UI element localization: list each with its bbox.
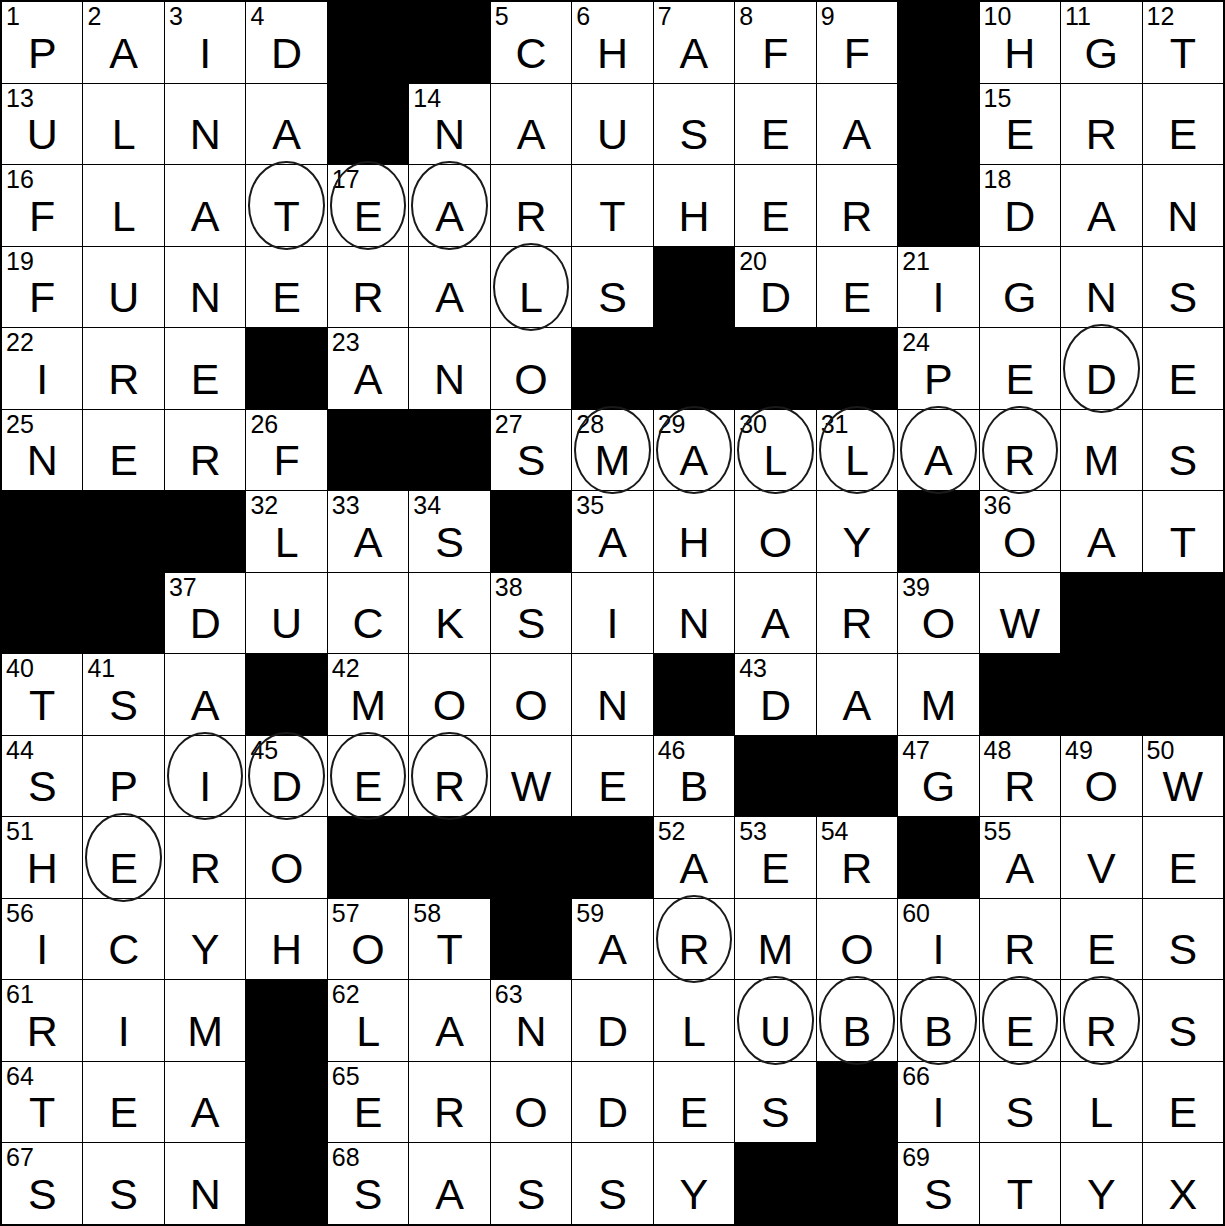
cell-r10c12[interactable]: 47G bbox=[898, 736, 978, 817]
cell-r3c7[interactable]: R bbox=[491, 165, 571, 246]
clue-number: 61 bbox=[6, 981, 34, 1007]
cell-r6c3[interactable]: R bbox=[165, 410, 245, 491]
cell-letter: I bbox=[932, 1091, 944, 1142]
cell-letter: E bbox=[354, 1091, 383, 1142]
cell-letter: A bbox=[354, 358, 383, 409]
cell-r14c10[interactable]: S bbox=[735, 1062, 815, 1143]
cell-r8c7[interactable]: 38S bbox=[491, 573, 571, 654]
cell-r13c9[interactable]: L bbox=[654, 980, 734, 1061]
cell-r9c12[interactable]: M bbox=[898, 654, 978, 735]
cell-letter: T bbox=[29, 684, 55, 735]
black-cell bbox=[1061, 573, 1141, 654]
black-cell bbox=[1143, 654, 1223, 735]
cell-letter: O bbox=[433, 684, 466, 735]
cell-r11c14[interactable]: V bbox=[1061, 817, 1141, 898]
clue-number: 22 bbox=[6, 329, 34, 355]
clue-number: 41 bbox=[87, 655, 115, 681]
cell-letter: H bbox=[27, 847, 58, 898]
black-cell bbox=[1143, 573, 1223, 654]
cell-r14c13[interactable]: S bbox=[980, 1062, 1060, 1143]
cell-r12c14[interactable]: E bbox=[1061, 899, 1141, 980]
cell-letter: L bbox=[356, 1010, 380, 1061]
cell-r12c1[interactable]: 56I bbox=[2, 899, 82, 980]
cell-letter: R bbox=[434, 765, 465, 816]
cell-r11c15[interactable]: E bbox=[1143, 817, 1223, 898]
cell-r10c8[interactable]: E bbox=[572, 736, 652, 817]
cell-letter: A bbox=[435, 1173, 464, 1224]
cell-r7c9[interactable]: H bbox=[654, 491, 734, 572]
cell-letter: L bbox=[112, 195, 136, 246]
cell-r3c13[interactable]: 18D bbox=[980, 165, 1060, 246]
cell-r6c13[interactable]: R bbox=[980, 410, 1060, 491]
cell-r10c9[interactable]: 46B bbox=[654, 736, 734, 817]
cell-r6c15[interactable]: S bbox=[1143, 410, 1223, 491]
cell-letter: U bbox=[760, 1010, 791, 1061]
clue-number: 10 bbox=[984, 3, 1012, 29]
cell-letter: A bbox=[680, 439, 709, 490]
cell-r7c4[interactable]: 32L bbox=[246, 491, 326, 572]
cell-r2c11[interactable]: A bbox=[817, 84, 897, 165]
cell-letter: O bbox=[351, 928, 384, 979]
cell-letter: G bbox=[922, 765, 955, 816]
cell-r11c13[interactable]: 55A bbox=[980, 817, 1060, 898]
cell-r11c3[interactable]: R bbox=[165, 817, 245, 898]
cell-r10c5[interactable]: E bbox=[328, 736, 408, 817]
clue-number: 9 bbox=[821, 3, 835, 29]
cell-letter: H bbox=[1004, 32, 1035, 83]
cell-letter: S bbox=[517, 1173, 546, 1224]
cell-r13c2[interactable]: I bbox=[83, 980, 163, 1061]
cell-r1c2[interactable]: 2A bbox=[83, 2, 163, 83]
cell-r3c15[interactable]: N bbox=[1143, 165, 1223, 246]
cell-r1c8[interactable]: 6H bbox=[572, 2, 652, 83]
cell-r3c4[interactable]: T bbox=[246, 165, 326, 246]
cell-r10c1[interactable]: 44S bbox=[2, 736, 82, 817]
cell-r3c9[interactable]: H bbox=[654, 165, 734, 246]
cell-r3c14[interactable]: A bbox=[1061, 165, 1141, 246]
clue-number: 66 bbox=[902, 1063, 930, 1089]
black-cell bbox=[898, 84, 978, 165]
cell-r8c3[interactable]: 37D bbox=[165, 573, 245, 654]
cell-r10c6[interactable]: R bbox=[409, 736, 489, 817]
cell-r13c5[interactable]: 62L bbox=[328, 980, 408, 1061]
cell-r14c5[interactable]: 65E bbox=[328, 1062, 408, 1143]
cell-r11c2[interactable]: E bbox=[83, 817, 163, 898]
cell-letter: D bbox=[597, 1091, 628, 1142]
cell-r11c4[interactable]: O bbox=[246, 817, 326, 898]
clue-number: 58 bbox=[413, 900, 441, 926]
cell-r9c7[interactable]: O bbox=[491, 654, 571, 735]
cell-r10c14[interactable]: 49O bbox=[1061, 736, 1141, 817]
clue-number: 49 bbox=[1065, 737, 1093, 763]
cell-r3c6[interactable]: A bbox=[409, 165, 489, 246]
clue-number: 18 bbox=[984, 166, 1012, 192]
cell-r4c1[interactable]: 19F bbox=[2, 247, 82, 328]
cell-r10c4[interactable]: 45D bbox=[246, 736, 326, 817]
cell-r9c1[interactable]: 40T bbox=[2, 654, 82, 735]
cell-r5c5[interactable]: 23A bbox=[328, 328, 408, 409]
cell-r2c1[interactable]: 13U bbox=[2, 84, 82, 165]
cell-letter: I bbox=[199, 32, 211, 83]
cell-r11c10[interactable]: 53E bbox=[735, 817, 815, 898]
clue-number: 60 bbox=[902, 900, 930, 926]
cell-r10c13[interactable]: 48R bbox=[980, 736, 1060, 817]
cell-letter: U bbox=[108, 276, 139, 327]
cell-letter: R bbox=[678, 928, 709, 979]
cell-r3c11[interactable]: R bbox=[817, 165, 897, 246]
cell-r7c5[interactable]: 33A bbox=[328, 491, 408, 572]
cell-r12c12[interactable]: 60I bbox=[898, 899, 978, 980]
cell-letter: A bbox=[354, 521, 383, 572]
cell-r15c1[interactable]: 67S bbox=[2, 1143, 82, 1224]
cell-r1c14[interactable]: 11G bbox=[1061, 2, 1141, 83]
cell-r14c7[interactable]: O bbox=[491, 1062, 571, 1143]
cell-r1c1[interactable]: 1P bbox=[2, 2, 82, 83]
cell-r12c4[interactable]: H bbox=[246, 899, 326, 980]
cell-r4c14[interactable]: N bbox=[1061, 247, 1141, 328]
cell-r12c13[interactable]: R bbox=[980, 899, 1060, 980]
cell-letter: V bbox=[1087, 847, 1116, 898]
cell-r3c3[interactable]: A bbox=[165, 165, 245, 246]
cell-r15c6[interactable]: A bbox=[409, 1143, 489, 1224]
cell-letter: W bbox=[1162, 765, 1203, 816]
cell-r12c6[interactable]: 58T bbox=[409, 899, 489, 980]
cell-r1c7[interactable]: 5C bbox=[491, 2, 571, 83]
clue-number: 55 bbox=[984, 818, 1012, 844]
cell-r2c4[interactable]: A bbox=[246, 84, 326, 165]
cell-r3c5[interactable]: 17E bbox=[328, 165, 408, 246]
cell-r11c9[interactable]: 52A bbox=[654, 817, 734, 898]
cell-r13c14[interactable]: R bbox=[1061, 980, 1141, 1061]
cell-letter: D bbox=[1086, 358, 1117, 409]
cell-r9c8[interactable]: N bbox=[572, 654, 652, 735]
cell-letter: R bbox=[841, 195, 872, 246]
clue-number: 15 bbox=[984, 85, 1012, 111]
black-cell bbox=[328, 817, 408, 898]
cell-r2c10[interactable]: E bbox=[735, 84, 815, 165]
cell-r2c2[interactable]: L bbox=[83, 84, 163, 165]
cell-r13c1[interactable]: 61R bbox=[2, 980, 82, 1061]
cell-r2c3[interactable]: N bbox=[165, 84, 245, 165]
cell-letter: O bbox=[1085, 765, 1118, 816]
cell-r9c6[interactable]: O bbox=[409, 654, 489, 735]
cell-r6c9[interactable]: 29A bbox=[654, 410, 734, 491]
cell-r14c14[interactable]: L bbox=[1061, 1062, 1141, 1143]
clue-number: 59 bbox=[576, 900, 604, 926]
cell-r12c11[interactable]: O bbox=[817, 899, 897, 980]
cell-r8c5[interactable]: C bbox=[328, 573, 408, 654]
cell-r14c15[interactable]: E bbox=[1143, 1062, 1223, 1143]
cell-r15c8[interactable]: S bbox=[572, 1143, 652, 1224]
cell-r7c11[interactable]: Y bbox=[817, 491, 897, 572]
cell-r8c9[interactable]: N bbox=[654, 573, 734, 654]
cell-r15c2[interactable]: S bbox=[83, 1143, 163, 1224]
cell-r9c10[interactable]: 43D bbox=[735, 654, 815, 735]
cell-r12c3[interactable]: Y bbox=[165, 899, 245, 980]
cell-letter: T bbox=[29, 1091, 55, 1142]
cell-r14c2[interactable]: E bbox=[83, 1062, 163, 1143]
cell-r5c14[interactable]: D bbox=[1061, 328, 1141, 409]
cell-r6c2[interactable]: E bbox=[83, 410, 163, 491]
cell-letter: T bbox=[1007, 1173, 1033, 1224]
cell-r8c6[interactable]: K bbox=[409, 573, 489, 654]
cell-r13c6[interactable]: A bbox=[409, 980, 489, 1061]
cell-r1c3[interactable]: 3I bbox=[165, 2, 245, 83]
cell-letter: P bbox=[109, 765, 138, 816]
cell-letter: I bbox=[932, 928, 944, 979]
cell-r14c8[interactable]: D bbox=[572, 1062, 652, 1143]
clue-number: 14 bbox=[413, 85, 441, 111]
cell-r15c5[interactable]: 68S bbox=[328, 1143, 408, 1224]
cell-r13c12[interactable]: B bbox=[898, 980, 978, 1061]
cell-letter: E bbox=[1168, 113, 1197, 164]
cell-letter: M bbox=[920, 684, 956, 735]
cell-r5c7[interactable]: O bbox=[491, 328, 571, 409]
cell-r1c13[interactable]: 10H bbox=[980, 2, 1060, 83]
cell-r8c4[interactable]: U bbox=[246, 573, 326, 654]
clue-number: 35 bbox=[576, 492, 604, 518]
cell-r15c3[interactable]: N bbox=[165, 1143, 245, 1224]
cell-r14c12[interactable]: 66I bbox=[898, 1062, 978, 1143]
cell-letter: R bbox=[1086, 113, 1117, 164]
cell-r4c7[interactable]: L bbox=[491, 247, 571, 328]
cell-r13c7[interactable]: 63N bbox=[491, 980, 571, 1061]
cell-r12c9[interactable]: R bbox=[654, 899, 734, 980]
cell-r6c11[interactable]: 31L bbox=[817, 410, 897, 491]
cell-r2c7[interactable]: A bbox=[491, 84, 571, 165]
cell-letter: B bbox=[843, 1010, 872, 1061]
cell-r10c7[interactable]: W bbox=[491, 736, 571, 817]
cell-r13c3[interactable]: M bbox=[165, 980, 245, 1061]
clue-number: 34 bbox=[413, 492, 441, 518]
cell-letter: E bbox=[1087, 928, 1116, 979]
cell-letter: R bbox=[190, 847, 221, 898]
clue-number: 13 bbox=[6, 85, 34, 111]
cell-letter: I bbox=[36, 928, 48, 979]
clue-number: 3 bbox=[169, 3, 183, 29]
cell-r5c1[interactable]: 22I bbox=[2, 328, 82, 409]
cell-letter: S bbox=[28, 765, 57, 816]
clue-number: 33 bbox=[332, 492, 360, 518]
cell-letter: A bbox=[191, 195, 220, 246]
cell-r4c15[interactable]: S bbox=[1143, 247, 1223, 328]
cell-letter: R bbox=[353, 276, 384, 327]
cell-letter: E bbox=[761, 113, 790, 164]
clue-number: 11 bbox=[1065, 3, 1091, 29]
cell-letter: S bbox=[109, 1173, 138, 1224]
cell-letter: O bbox=[514, 684, 547, 735]
cell-r12c8[interactable]: 59A bbox=[572, 899, 652, 980]
cell-letter: S bbox=[109, 684, 138, 735]
cell-letter: A bbox=[1087, 195, 1116, 246]
clue-number: 43 bbox=[739, 655, 767, 681]
cell-r10c3[interactable]: I bbox=[165, 736, 245, 817]
cell-r7c8[interactable]: 35A bbox=[572, 491, 652, 572]
cell-r2c9[interactable]: S bbox=[654, 84, 734, 165]
cell-r7c14[interactable]: A bbox=[1061, 491, 1141, 572]
cell-r14c9[interactable]: E bbox=[654, 1062, 734, 1143]
cell-r13c15[interactable]: S bbox=[1143, 980, 1223, 1061]
cell-r2c14[interactable]: R bbox=[1061, 84, 1141, 165]
cell-r5c6[interactable]: N bbox=[409, 328, 489, 409]
cell-r15c12[interactable]: 69S bbox=[898, 1143, 978, 1224]
cell-r4c11[interactable]: E bbox=[817, 247, 897, 328]
cell-r3c2[interactable]: L bbox=[83, 165, 163, 246]
cell-r4c13[interactable]: G bbox=[980, 247, 1060, 328]
cell-r1c10[interactable]: 8F bbox=[735, 2, 815, 83]
black-cell bbox=[817, 736, 897, 817]
cell-letter: E bbox=[680, 1091, 709, 1142]
cell-r9c3[interactable]: A bbox=[165, 654, 245, 735]
cell-letter: F bbox=[762, 32, 788, 83]
clue-number: 25 bbox=[6, 411, 34, 437]
cell-letter: U bbox=[271, 602, 302, 653]
cell-r8c8[interactable]: I bbox=[572, 573, 652, 654]
cell-letter: R bbox=[841, 602, 872, 653]
cell-r5c3[interactable]: E bbox=[165, 328, 245, 409]
cell-r10c2[interactable]: P bbox=[83, 736, 163, 817]
cell-r9c11[interactable]: A bbox=[817, 654, 897, 735]
cell-r15c9[interactable]: Y bbox=[654, 1143, 734, 1224]
cell-r3c10[interactable]: E bbox=[735, 165, 815, 246]
cell-r2c6[interactable]: 14N bbox=[409, 84, 489, 165]
cell-r5c2[interactable]: R bbox=[83, 328, 163, 409]
cell-r4c2[interactable]: U bbox=[83, 247, 163, 328]
cell-r5c13[interactable]: E bbox=[980, 328, 1060, 409]
black-cell bbox=[328, 410, 408, 491]
cell-letter: A bbox=[191, 684, 220, 735]
cell-r15c13[interactable]: T bbox=[980, 1143, 1060, 1224]
cell-r1c11[interactable]: 9F bbox=[817, 2, 897, 83]
cell-letter: A bbox=[761, 602, 790, 653]
black-cell bbox=[817, 328, 897, 409]
cell-r6c1[interactable]: 25N bbox=[2, 410, 82, 491]
cell-r14c6[interactable]: R bbox=[409, 1062, 489, 1143]
cell-r6c4[interactable]: 26F bbox=[246, 410, 326, 491]
cell-r14c3[interactable]: A bbox=[165, 1062, 245, 1143]
cell-r2c8[interactable]: U bbox=[572, 84, 652, 165]
cell-r13c8[interactable]: D bbox=[572, 980, 652, 1061]
cell-r8c10[interactable]: A bbox=[735, 573, 815, 654]
cell-r6c8[interactable]: 28M bbox=[572, 410, 652, 491]
cell-letter: E bbox=[1005, 358, 1034, 409]
cell-r5c15[interactable]: E bbox=[1143, 328, 1223, 409]
cell-r2c13[interactable]: 15E bbox=[980, 84, 1060, 165]
cell-r8c11[interactable]: R bbox=[817, 573, 897, 654]
cell-letter: D bbox=[271, 32, 302, 83]
cell-r5c12[interactable]: 24P bbox=[898, 328, 978, 409]
cell-letter: M bbox=[350, 684, 386, 735]
clue-number: 63 bbox=[495, 981, 523, 1007]
cell-r6c12[interactable]: A bbox=[898, 410, 978, 491]
cell-r8c13[interactable]: W bbox=[980, 573, 1060, 654]
clue-number: 2 bbox=[87, 3, 101, 29]
clue-number: 65 bbox=[332, 1063, 360, 1089]
cell-r4c5[interactable]: R bbox=[328, 247, 408, 328]
cell-r7c6[interactable]: 34S bbox=[409, 491, 489, 572]
cell-r15c7[interactable]: S bbox=[491, 1143, 571, 1224]
cell-r1c15[interactable]: 12T bbox=[1143, 2, 1223, 83]
cell-letter: E bbox=[761, 195, 790, 246]
cell-r4c12[interactable]: 21I bbox=[898, 247, 978, 328]
cell-letter: P bbox=[28, 32, 57, 83]
cell-r1c4[interactable]: 4D bbox=[246, 2, 326, 83]
cell-letter: T bbox=[273, 195, 299, 246]
cell-letter: L bbox=[1089, 1091, 1113, 1142]
cell-r4c8[interactable]: S bbox=[572, 247, 652, 328]
black-cell bbox=[735, 736, 815, 817]
cell-letter: N bbox=[190, 1173, 221, 1224]
cell-r4c4[interactable]: E bbox=[246, 247, 326, 328]
cell-r12c5[interactable]: 57O bbox=[328, 899, 408, 980]
cell-letter: I bbox=[199, 765, 211, 816]
cell-letter: D bbox=[1004, 195, 1035, 246]
cell-letter: P bbox=[924, 358, 953, 409]
cell-r9c2[interactable]: 41S bbox=[83, 654, 163, 735]
clue-number: 4 bbox=[250, 3, 264, 29]
cell-r13c11[interactable]: B bbox=[817, 980, 897, 1061]
cell-r7c13[interactable]: 36O bbox=[980, 491, 1060, 572]
cell-r6c14[interactable]: M bbox=[1061, 410, 1141, 491]
cell-r4c3[interactable]: N bbox=[165, 247, 245, 328]
cell-r11c11[interactable]: 54R bbox=[817, 817, 897, 898]
cell-letter: O bbox=[270, 847, 303, 898]
cell-r3c1[interactable]: 16F bbox=[2, 165, 82, 246]
cell-r6c10[interactable]: 30L bbox=[735, 410, 815, 491]
cell-r1c9[interactable]: 7A bbox=[654, 2, 734, 83]
clue-number: 8 bbox=[739, 3, 753, 29]
cell-r15c15[interactable]: X bbox=[1143, 1143, 1223, 1224]
cell-r12c15[interactable]: S bbox=[1143, 899, 1223, 980]
cell-letter: N bbox=[516, 1010, 547, 1061]
cell-letter: C bbox=[108, 928, 139, 979]
cell-r7c15[interactable]: T bbox=[1143, 491, 1223, 572]
cell-r10c15[interactable]: 50W bbox=[1143, 736, 1223, 817]
cell-letter: E bbox=[109, 1091, 138, 1142]
clue-number: 17 bbox=[332, 166, 360, 192]
cell-letter: C bbox=[353, 602, 384, 653]
cell-r14c1[interactable]: 64T bbox=[2, 1062, 82, 1143]
cell-r15c14[interactable]: Y bbox=[1061, 1143, 1141, 1224]
cell-r2c15[interactable]: E bbox=[1143, 84, 1223, 165]
cell-r12c2[interactable]: C bbox=[83, 899, 163, 980]
cell-letter: R bbox=[190, 439, 221, 490]
cell-r3c8[interactable]: T bbox=[572, 165, 652, 246]
cell-r8c12[interactable]: 39O bbox=[898, 573, 978, 654]
cell-letter: S bbox=[761, 1091, 790, 1142]
cell-r7c10[interactable]: O bbox=[735, 491, 815, 572]
cell-letter: N bbox=[27, 439, 58, 490]
clue-number: 19 bbox=[6, 248, 34, 274]
cell-letter: A bbox=[435, 276, 464, 327]
cell-r9c5[interactable]: 42M bbox=[328, 654, 408, 735]
cell-r4c6[interactable]: A bbox=[409, 247, 489, 328]
crossword-grid: 1P2A3I4D5C6H7A8F9F10H11G12T13ULNA14NAUSE… bbox=[0, 0, 1225, 1226]
cell-r12c10[interactable]: M bbox=[735, 899, 815, 980]
cell-r13c10[interactable]: U bbox=[735, 980, 815, 1061]
cell-letter: T bbox=[436, 928, 462, 979]
cell-letter: L bbox=[112, 113, 136, 164]
black-cell bbox=[491, 899, 571, 980]
cell-r4c10[interactable]: 20D bbox=[735, 247, 815, 328]
cell-r13c13[interactable]: E bbox=[980, 980, 1060, 1061]
cell-letter: A bbox=[109, 32, 138, 83]
cell-letter: A bbox=[680, 32, 709, 83]
cell-r6c7[interactable]: 27S bbox=[491, 410, 571, 491]
black-cell bbox=[246, 654, 326, 735]
cell-r11c1[interactable]: 51H bbox=[2, 817, 82, 898]
clue-number: 44 bbox=[6, 737, 34, 763]
